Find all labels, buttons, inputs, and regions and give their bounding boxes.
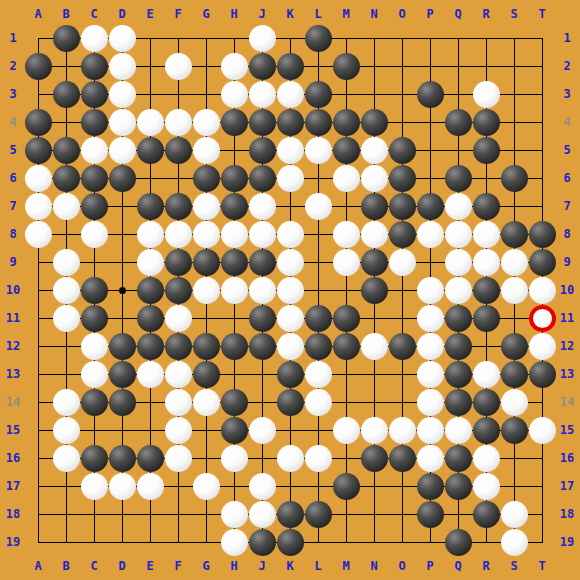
stone-black-Q13[interactable] [445, 361, 472, 388]
row-label-16-right: 16 [555, 451, 579, 465]
stone-white-K3[interactable] [277, 81, 304, 108]
col-label-D-bottom: D [112, 559, 132, 573]
stone-white-H18[interactable] [221, 501, 248, 528]
col-label-D-top: D [112, 7, 132, 21]
stone-white-K5[interactable] [277, 137, 304, 164]
stone-white-D5[interactable] [109, 137, 136, 164]
row-label-18-left: 18 [1, 507, 25, 521]
stone-white-S9[interactable] [501, 249, 528, 276]
col-label-P-top: P [420, 7, 440, 21]
stone-black-B6[interactable] [53, 165, 80, 192]
stone-white-A6[interactable] [25, 165, 52, 192]
col-label-O-top: O [392, 7, 412, 21]
stone-black-J4[interactable] [249, 109, 276, 136]
stone-black-C16[interactable] [81, 445, 108, 472]
stone-black-G6[interactable] [193, 165, 220, 192]
stone-black-J9[interactable] [249, 249, 276, 276]
stone-black-R18[interactable] [473, 501, 500, 528]
stone-black-F10[interactable] [165, 277, 192, 304]
stone-black-K18[interactable] [277, 501, 304, 528]
row-label-12-left: 12 [1, 339, 25, 353]
stone-white-J18[interactable] [249, 501, 276, 528]
stone-white-B7[interactable] [53, 193, 80, 220]
col-label-J-top: J [252, 7, 272, 21]
stone-white-S14[interactable] [501, 389, 528, 416]
stone-white-D1[interactable] [109, 25, 136, 52]
stone-white-H10[interactable] [221, 277, 248, 304]
stone-white-G5[interactable] [193, 137, 220, 164]
col-label-K-top: K [280, 7, 300, 21]
stone-black-O6[interactable] [389, 165, 416, 192]
row-label-1-right: 1 [555, 31, 579, 45]
stone-black-R10[interactable] [473, 277, 500, 304]
stone-white-P15[interactable] [417, 417, 444, 444]
col-label-O-bottom: O [392, 559, 412, 573]
stone-white-P10[interactable] [417, 277, 444, 304]
stone-black-N4[interactable] [361, 109, 388, 136]
stone-white-H19[interactable] [221, 529, 248, 556]
stone-white-E4[interactable] [137, 109, 164, 136]
stone-white-R13[interactable] [473, 361, 500, 388]
stone-black-D14[interactable] [109, 389, 136, 416]
last-move-stone-white-T11[interactable] [529, 305, 556, 332]
stone-black-C3[interactable] [81, 81, 108, 108]
col-label-A-top: A [28, 7, 48, 21]
stone-white-K16[interactable] [277, 445, 304, 472]
stone-white-B16[interactable] [53, 445, 80, 472]
stone-black-M5[interactable] [333, 137, 360, 164]
col-label-A-bottom: A [28, 559, 48, 573]
stone-black-Q4[interactable] [445, 109, 472, 136]
row-label-1-left: 1 [1, 31, 25, 45]
stone-black-J5[interactable] [249, 137, 276, 164]
stone-white-J8[interactable] [249, 221, 276, 248]
stone-black-R11[interactable] [473, 305, 500, 332]
stone-white-T12[interactable] [529, 333, 556, 360]
stone-black-P7[interactable] [417, 193, 444, 220]
row-label-13-right: 13 [555, 367, 579, 381]
col-label-C-bottom: C [84, 559, 104, 573]
stone-white-D17[interactable] [109, 473, 136, 500]
stone-white-H16[interactable] [221, 445, 248, 472]
row-label-10-right: 10 [555, 283, 579, 297]
stone-white-F8[interactable] [165, 221, 192, 248]
col-label-G-top: G [196, 7, 216, 21]
stone-white-S19[interactable] [501, 529, 528, 556]
col-label-H-top: H [224, 7, 244, 21]
stone-white-L13[interactable] [305, 361, 332, 388]
stone-black-G13[interactable] [193, 361, 220, 388]
stone-black-L4[interactable] [305, 109, 332, 136]
stone-white-N6[interactable] [361, 165, 388, 192]
stone-white-G17[interactable] [193, 473, 220, 500]
stone-black-C10[interactable] [81, 277, 108, 304]
row-label-4-left: 4 [1, 115, 25, 129]
stone-white-Q10[interactable] [445, 277, 472, 304]
stone-white-H3[interactable] [221, 81, 248, 108]
stone-white-J17[interactable] [249, 473, 276, 500]
stone-black-O12[interactable] [389, 333, 416, 360]
stone-white-J3[interactable] [249, 81, 276, 108]
stone-white-C8[interactable] [81, 221, 108, 248]
stone-white-C13[interactable] [81, 361, 108, 388]
row-label-18-right: 18 [555, 507, 579, 521]
stone-black-R14[interactable] [473, 389, 500, 416]
col-label-B-bottom: B [56, 559, 76, 573]
stone-white-D2[interactable] [109, 53, 136, 80]
row-label-8-left: 8 [1, 227, 25, 241]
stone-white-O15[interactable] [389, 417, 416, 444]
stone-black-C7[interactable] [81, 193, 108, 220]
row-label-11-left: 11 [1, 311, 25, 325]
stone-black-S8[interactable] [501, 221, 528, 248]
stone-white-P12[interactable] [417, 333, 444, 360]
row-label-17-right: 17 [555, 479, 579, 493]
row-label-17-left: 17 [1, 479, 25, 493]
stone-black-B3[interactable] [53, 81, 80, 108]
row-label-10-left: 10 [1, 283, 25, 297]
stone-black-R4[interactable] [473, 109, 500, 136]
stone-white-T10[interactable] [529, 277, 556, 304]
stone-white-N5[interactable] [361, 137, 388, 164]
stone-black-E10[interactable] [137, 277, 164, 304]
stone-black-O7[interactable] [389, 193, 416, 220]
stone-white-T15[interactable] [529, 417, 556, 444]
row-label-19-left: 19 [1, 535, 25, 549]
row-label-2-right: 2 [555, 59, 579, 73]
stone-white-H8[interactable] [221, 221, 248, 248]
stone-black-H12[interactable] [221, 333, 248, 360]
stone-black-H9[interactable] [221, 249, 248, 276]
stone-black-D13[interactable] [109, 361, 136, 388]
col-label-S-bottom: S [504, 559, 524, 573]
stone-white-S10[interactable] [501, 277, 528, 304]
stone-white-L5[interactable] [305, 137, 332, 164]
stone-white-P8[interactable] [417, 221, 444, 248]
stone-black-M11[interactable] [333, 305, 360, 332]
stone-black-P18[interactable] [417, 501, 444, 528]
stone-white-F13[interactable] [165, 361, 192, 388]
col-label-R-top: R [476, 7, 496, 21]
col-label-P-bottom: P [420, 559, 440, 573]
stone-black-F12[interactable] [165, 333, 192, 360]
stone-black-Q6[interactable] [445, 165, 472, 192]
col-label-M-top: M [336, 7, 356, 21]
stone-white-A8[interactable] [25, 221, 52, 248]
stone-white-J15[interactable] [249, 417, 276, 444]
row-label-5-right: 5 [555, 143, 579, 157]
stone-white-F2[interactable] [165, 53, 192, 80]
stone-white-Q15[interactable] [445, 417, 472, 444]
row-label-14-left: 14 [1, 395, 25, 409]
stone-white-S18[interactable] [501, 501, 528, 528]
row-label-2-left: 2 [1, 59, 25, 73]
row-label-14-right: 14 [555, 395, 579, 409]
stone-black-E7[interactable] [137, 193, 164, 220]
stone-white-Q9[interactable] [445, 249, 472, 276]
row-label-7-left: 7 [1, 199, 25, 213]
stone-black-K4[interactable] [277, 109, 304, 136]
row-label-15-left: 15 [1, 423, 25, 437]
stone-black-A2[interactable] [25, 53, 52, 80]
stone-black-L1[interactable] [305, 25, 332, 52]
stone-white-F4[interactable] [165, 109, 192, 136]
stone-white-D4[interactable] [109, 109, 136, 136]
stone-black-J11[interactable] [249, 305, 276, 332]
stone-black-N7[interactable] [361, 193, 388, 220]
stone-white-P16[interactable] [417, 445, 444, 472]
stone-black-S13[interactable] [501, 361, 528, 388]
row-label-9-left: 9 [1, 255, 25, 269]
stone-black-M17[interactable] [333, 473, 360, 500]
row-label-16-left: 16 [1, 451, 25, 465]
stone-white-M6[interactable] [333, 165, 360, 192]
row-label-11-right: 11 [555, 311, 579, 325]
stone-black-J2[interactable] [249, 53, 276, 80]
stone-white-A7[interactable] [25, 193, 52, 220]
stone-black-L18[interactable] [305, 501, 332, 528]
stone-black-K2[interactable] [277, 53, 304, 80]
row-label-13-left: 13 [1, 367, 25, 381]
stone-white-G4[interactable] [193, 109, 220, 136]
stone-white-D3[interactable] [109, 81, 136, 108]
stone-white-G14[interactable] [193, 389, 220, 416]
stone-white-F15[interactable] [165, 417, 192, 444]
row-label-3-right: 3 [555, 87, 579, 101]
stone-white-K12[interactable] [277, 333, 304, 360]
stone-black-M12[interactable] [333, 333, 360, 360]
stone-white-L16[interactable] [305, 445, 332, 472]
col-label-L-bottom: L [308, 559, 328, 573]
stone-white-B9[interactable] [53, 249, 80, 276]
stone-black-D16[interactable] [109, 445, 136, 472]
row-label-6-right: 6 [555, 171, 579, 185]
col-label-G-bottom: G [196, 559, 216, 573]
stone-black-L3[interactable] [305, 81, 332, 108]
stone-black-A4[interactable] [25, 109, 52, 136]
stone-white-E9[interactable] [137, 249, 164, 276]
col-label-F-bottom: F [168, 559, 188, 573]
stone-white-B11[interactable] [53, 305, 80, 332]
stone-black-R5[interactable] [473, 137, 500, 164]
stone-white-N12[interactable] [361, 333, 388, 360]
stone-black-C2[interactable] [81, 53, 108, 80]
stone-black-H15[interactable] [221, 417, 248, 444]
star-point-D10 [119, 287, 126, 294]
col-label-C-top: C [84, 7, 104, 21]
stone-black-E16[interactable] [137, 445, 164, 472]
col-label-N-top: N [364, 7, 384, 21]
stone-white-B14[interactable] [53, 389, 80, 416]
row-label-4-right: 4 [555, 115, 579, 129]
stone-white-E13[interactable] [137, 361, 164, 388]
row-label-8-right: 8 [555, 227, 579, 241]
go-board[interactable]: AABBCCDDEEFFGGHHJJKKLLMMNNOOPPQQRRSSTT11… [0, 0, 580, 580]
stone-black-R7[interactable] [473, 193, 500, 220]
stone-black-T13[interactable] [529, 361, 556, 388]
stone-white-P13[interactable] [417, 361, 444, 388]
stone-black-C11[interactable] [81, 305, 108, 332]
stone-black-G12[interactable] [193, 333, 220, 360]
stone-white-G8[interactable] [193, 221, 220, 248]
stone-white-C1[interactable] [81, 25, 108, 52]
stone-white-J1[interactable] [249, 25, 276, 52]
stone-black-R15[interactable] [473, 417, 500, 444]
stone-white-R9[interactable] [473, 249, 500, 276]
stone-white-G10[interactable] [193, 277, 220, 304]
col-label-Q-bottom: Q [448, 559, 468, 573]
row-label-9-right: 9 [555, 255, 579, 269]
stone-black-T8[interactable] [529, 221, 556, 248]
stone-black-O16[interactable] [389, 445, 416, 472]
stone-black-M4[interactable] [333, 109, 360, 136]
stone-black-K13[interactable] [277, 361, 304, 388]
stone-black-S6[interactable] [501, 165, 528, 192]
col-label-Q-top: Q [448, 7, 468, 21]
stone-white-O9[interactable] [389, 249, 416, 276]
col-label-B-top: B [56, 7, 76, 21]
col-label-H-bottom: H [224, 559, 244, 573]
row-label-5-left: 5 [1, 143, 25, 157]
stone-white-K11[interactable] [277, 305, 304, 332]
col-label-R-bottom: R [476, 559, 496, 573]
stone-black-E12[interactable] [137, 333, 164, 360]
stone-white-P11[interactable] [417, 305, 444, 332]
col-label-M-bottom: M [336, 559, 356, 573]
stone-black-J12[interactable] [249, 333, 276, 360]
col-label-N-bottom: N [364, 559, 384, 573]
stone-black-H14[interactable] [221, 389, 248, 416]
stone-black-H4[interactable] [221, 109, 248, 136]
stone-black-P3[interactable] [417, 81, 444, 108]
stone-black-L11[interactable] [305, 305, 332, 332]
stone-white-E8[interactable] [137, 221, 164, 248]
row-label-3-left: 3 [1, 87, 25, 101]
stone-white-Q7[interactable] [445, 193, 472, 220]
stone-black-J6[interactable] [249, 165, 276, 192]
stone-black-N10[interactable] [361, 277, 388, 304]
stone-white-F16[interactable] [165, 445, 192, 472]
stone-black-F5[interactable] [165, 137, 192, 164]
stone-white-L14[interactable] [305, 389, 332, 416]
stone-black-F7[interactable] [165, 193, 192, 220]
stone-black-C14[interactable] [81, 389, 108, 416]
row-label-12-right: 12 [555, 339, 579, 353]
col-label-T-top: T [532, 7, 552, 21]
row-label-7-right: 7 [555, 199, 579, 213]
stone-black-N16[interactable] [361, 445, 388, 472]
col-label-K-bottom: K [280, 559, 300, 573]
stone-white-R16[interactable] [473, 445, 500, 472]
stone-white-R3[interactable] [473, 81, 500, 108]
stone-black-P17[interactable] [417, 473, 444, 500]
stone-white-P14[interactable] [417, 389, 444, 416]
col-label-E-top: E [140, 7, 160, 21]
stone-white-F11[interactable] [165, 305, 192, 332]
stone-black-C4[interactable] [81, 109, 108, 136]
stone-black-Q17[interactable] [445, 473, 472, 500]
stone-white-B10[interactable] [53, 277, 80, 304]
stone-white-C5[interactable] [81, 137, 108, 164]
stone-black-Q14[interactable] [445, 389, 472, 416]
col-label-J-bottom: J [252, 559, 272, 573]
stone-black-E5[interactable] [137, 137, 164, 164]
stone-black-O5[interactable] [389, 137, 416, 164]
stone-black-N9[interactable] [361, 249, 388, 276]
stone-white-R8[interactable] [473, 221, 500, 248]
stone-white-Q8[interactable] [445, 221, 472, 248]
stone-white-R17[interactable] [473, 473, 500, 500]
stone-black-Q19[interactable] [445, 529, 472, 556]
stone-black-F9[interactable] [165, 249, 192, 276]
row-label-19-right: 19 [555, 535, 579, 549]
stone-white-K9[interactable] [277, 249, 304, 276]
stone-black-H6[interactable] [221, 165, 248, 192]
stone-white-N8[interactable] [361, 221, 388, 248]
stone-white-B15[interactable] [53, 417, 80, 444]
stone-white-G7[interactable] [193, 193, 220, 220]
stone-black-Q12[interactable] [445, 333, 472, 360]
stone-white-H2[interactable] [221, 53, 248, 80]
stone-black-K19[interactable] [277, 529, 304, 556]
stone-white-M8[interactable] [333, 221, 360, 248]
stone-white-N15[interactable] [361, 417, 388, 444]
stone-black-S15[interactable] [501, 417, 528, 444]
stone-white-J7[interactable] [249, 193, 276, 220]
stone-black-D12[interactable] [109, 333, 136, 360]
stone-black-T9[interactable] [529, 249, 556, 276]
col-label-L-top: L [308, 7, 328, 21]
col-label-F-top: F [168, 7, 188, 21]
row-label-15-right: 15 [555, 423, 579, 437]
stone-black-S12[interactable] [501, 333, 528, 360]
stone-black-K14[interactable] [277, 389, 304, 416]
stone-white-K8[interactable] [277, 221, 304, 248]
col-label-E-bottom: E [140, 559, 160, 573]
col-label-T-bottom: T [532, 559, 552, 573]
stone-white-K6[interactable] [277, 165, 304, 192]
stone-white-K10[interactable] [277, 277, 304, 304]
stone-black-O8[interactable] [389, 221, 416, 248]
stone-white-E17[interactable] [137, 473, 164, 500]
stone-white-L7[interactable] [305, 193, 332, 220]
stone-black-C6[interactable] [81, 165, 108, 192]
stone-white-M9[interactable] [333, 249, 360, 276]
stone-white-C12[interactable] [81, 333, 108, 360]
stone-black-A5[interactable] [25, 137, 52, 164]
stone-black-H7[interactable] [221, 193, 248, 220]
stone-white-J10[interactable] [249, 277, 276, 304]
stone-white-M15[interactable] [333, 417, 360, 444]
stone-white-F14[interactable] [165, 389, 192, 416]
stone-black-B1[interactable] [53, 25, 80, 52]
row-label-6-left: 6 [1, 171, 25, 185]
stone-black-Q16[interactable] [445, 445, 472, 472]
stone-black-L12[interactable] [305, 333, 332, 360]
stone-white-C17[interactable] [81, 473, 108, 500]
stone-black-J19[interactable] [249, 529, 276, 556]
stone-black-Q11[interactable] [445, 305, 472, 332]
stone-black-B5[interactable] [53, 137, 80, 164]
stone-black-D6[interactable] [109, 165, 136, 192]
stone-black-G9[interactable] [193, 249, 220, 276]
stone-black-M2[interactable] [333, 53, 360, 80]
col-label-S-top: S [504, 7, 524, 21]
stone-black-E11[interactable] [137, 305, 164, 332]
